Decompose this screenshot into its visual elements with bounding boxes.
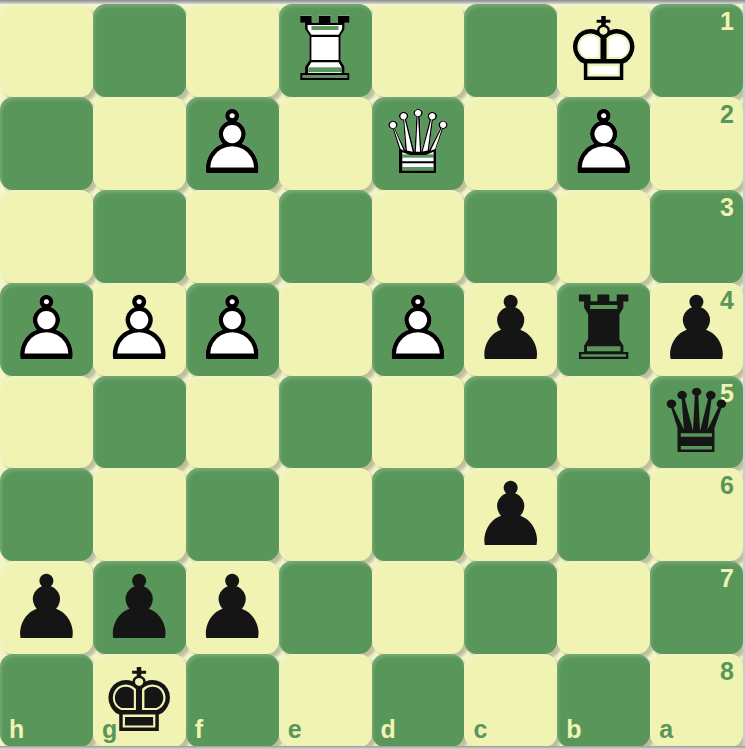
square-f7[interactable]: ♟ — [186, 561, 279, 654]
square-c8[interactable]: c — [464, 654, 557, 747]
square-e3[interactable] — [279, 190, 372, 283]
square-g3[interactable] — [93, 190, 186, 283]
square-d6[interactable] — [372, 468, 465, 561]
square-e2[interactable] — [279, 97, 372, 190]
piece-glyph-outline: ♙ — [186, 99, 279, 187]
piece-glyph-fill: ♟ — [372, 285, 465, 373]
black-queen-a5[interactable]: ♛ — [650, 376, 743, 469]
piece-glyph-fill: ♜ — [557, 285, 650, 373]
white-pawn-f4[interactable]: ♟♙ — [186, 283, 279, 376]
piece-glyph-fill: ♟ — [93, 285, 186, 373]
piece-glyph-outline: ♙ — [557, 99, 650, 187]
square-g2[interactable] — [93, 97, 186, 190]
square-h4[interactable]: ♟♙ — [0, 283, 93, 376]
piece-glyph-fill: ♟ — [464, 471, 557, 559]
black-pawn-c6[interactable]: ♟ — [464, 468, 557, 561]
white-pawn-h4[interactable]: ♟♙ — [0, 283, 93, 376]
piece-glyph-outline: ♕ — [372, 99, 465, 187]
square-c4[interactable]: ♟ — [464, 283, 557, 376]
square-h7[interactable]: ♟ — [0, 561, 93, 654]
piece-glyph-fill: ♟ — [186, 285, 279, 373]
square-c6[interactable]: ♟ — [464, 468, 557, 561]
rank-label-1: 1 — [720, 9, 734, 34]
rank-label-3: 3 — [720, 195, 734, 220]
piece-glyph-fill: ♚ — [93, 657, 186, 745]
white-rook-e1[interactable]: ♜♖ — [279, 4, 372, 97]
square-h2[interactable] — [0, 97, 93, 190]
page: ♜♖♚♔1♟♙♛♕♟♙23♟♙♟♙♟♙♟♙♟♜4♟5♛♟6♟♟♟7hg♚fedc… — [0, 0, 745, 749]
square-g6[interactable] — [93, 468, 186, 561]
file-label-e: e — [288, 717, 302, 742]
square-e8[interactable]: e — [279, 654, 372, 747]
black-king-g8[interactable]: ♚ — [93, 654, 186, 747]
file-label-a: a — [659, 717, 673, 742]
white-king-b1[interactable]: ♚♔ — [557, 4, 650, 97]
piece-glyph-fill: ♜ — [279, 6, 372, 94]
square-a5[interactable]: 5♛ — [650, 376, 743, 469]
square-f2[interactable]: ♟♙ — [186, 97, 279, 190]
square-a4[interactable]: 4♟ — [650, 283, 743, 376]
file-label-f: f — [195, 717, 203, 742]
square-g8[interactable]: g♚ — [93, 654, 186, 747]
square-f4[interactable]: ♟♙ — [186, 283, 279, 376]
square-d8[interactable]: d — [372, 654, 465, 747]
piece-glyph-fill: ♟ — [557, 99, 650, 187]
piece-glyph-fill: ♟ — [464, 285, 557, 373]
piece-glyph-fill: ♛ — [650, 378, 743, 466]
square-b3[interactable] — [557, 190, 650, 283]
square-f1[interactable] — [186, 4, 279, 97]
square-d2[interactable]: ♛♕ — [372, 97, 465, 190]
file-label-h: h — [9, 717, 24, 742]
square-e6[interactable] — [279, 468, 372, 561]
square-g4[interactable]: ♟♙ — [93, 283, 186, 376]
piece-glyph-fill: ♟ — [186, 99, 279, 187]
square-d1[interactable] — [372, 4, 465, 97]
black-pawn-f7[interactable]: ♟ — [186, 561, 279, 654]
piece-glyph-fill: ♟ — [0, 285, 93, 373]
square-c2[interactable] — [464, 97, 557, 190]
piece-glyph-fill: ♛ — [372, 99, 465, 187]
square-d5[interactable] — [372, 376, 465, 469]
square-a6[interactable]: 6 — [650, 468, 743, 561]
piece-glyph-fill: ♟ — [650, 285, 743, 373]
file-label-c: c — [473, 717, 487, 742]
file-label-b: b — [566, 717, 581, 742]
square-e5[interactable] — [279, 376, 372, 469]
square-b5[interactable] — [557, 376, 650, 469]
black-pawn-h7[interactable]: ♟ — [0, 561, 93, 654]
rank-label-2: 2 — [720, 102, 734, 127]
rank-label-6: 6 — [720, 473, 734, 498]
piece-glyph-fill: ♟ — [0, 564, 93, 652]
piece-glyph-outline: ♙ — [186, 285, 279, 373]
rank-label-7: 7 — [720, 566, 734, 591]
square-d3[interactable] — [372, 190, 465, 283]
piece-glyph-outline: ♙ — [0, 285, 93, 373]
piece-glyph-fill: ♟ — [186, 564, 279, 652]
square-e7[interactable] — [279, 561, 372, 654]
white-pawn-g4[interactable]: ♟♙ — [93, 283, 186, 376]
white-queen-d2[interactable]: ♛♕ — [372, 97, 465, 190]
square-h5[interactable] — [0, 376, 93, 469]
square-d7[interactable] — [372, 561, 465, 654]
square-a2[interactable]: 2 — [650, 97, 743, 190]
square-c3[interactable] — [464, 190, 557, 283]
chess-board: ♜♖♚♔1♟♙♛♕♟♙23♟♙♟♙♟♙♟♙♟♜4♟5♛♟6♟♟♟7hg♚fedc… — [0, 4, 743, 747]
square-h8[interactable]: h — [0, 654, 93, 747]
square-b7[interactable] — [557, 561, 650, 654]
piece-glyph-outline: ♙ — [93, 285, 186, 373]
square-e1[interactable]: ♜♖ — [279, 4, 372, 97]
square-e4[interactable] — [279, 283, 372, 376]
square-b8[interactable]: b — [557, 654, 650, 747]
square-f3[interactable] — [186, 190, 279, 283]
square-b2[interactable]: ♟♙ — [557, 97, 650, 190]
square-a8[interactable]: 8a — [650, 654, 743, 747]
square-c7[interactable] — [464, 561, 557, 654]
piece-glyph-fill: ♟ — [93, 564, 186, 652]
square-h1[interactable] — [0, 4, 93, 97]
square-b6[interactable] — [557, 468, 650, 561]
square-h6[interactable] — [0, 468, 93, 561]
white-pawn-d4[interactable]: ♟♙ — [372, 283, 465, 376]
square-f8[interactable]: f — [186, 654, 279, 747]
square-f6[interactable] — [186, 468, 279, 561]
square-c1[interactable] — [464, 4, 557, 97]
square-a1[interactable]: 1 — [650, 4, 743, 97]
white-pawn-b2[interactable]: ♟♙ — [557, 97, 650, 190]
piece-glyph-outline: ♔ — [557, 6, 650, 94]
square-b1[interactable]: ♚♔ — [557, 4, 650, 97]
square-g1[interactable] — [93, 4, 186, 97]
black-rook-b4[interactable]: ♜ — [557, 283, 650, 376]
black-pawn-g7[interactable]: ♟ — [93, 561, 186, 654]
piece-glyph-fill: ♚ — [557, 6, 650, 94]
square-h3[interactable] — [0, 190, 93, 283]
white-pawn-f2[interactable]: ♟♙ — [186, 97, 279, 190]
square-b4[interactable]: ♜ — [557, 283, 650, 376]
piece-glyph-outline: ♙ — [372, 285, 465, 373]
square-g7[interactable]: ♟ — [93, 561, 186, 654]
square-c5[interactable] — [464, 376, 557, 469]
rank-label-8: 8 — [720, 659, 734, 684]
square-f5[interactable] — [186, 376, 279, 469]
square-a3[interactable]: 3 — [650, 190, 743, 283]
black-pawn-a4[interactable]: ♟ — [650, 283, 743, 376]
square-d4[interactable]: ♟♙ — [372, 283, 465, 376]
square-a7[interactable]: 7 — [650, 561, 743, 654]
piece-glyph-outline: ♖ — [279, 6, 372, 94]
square-g5[interactable] — [93, 376, 186, 469]
black-pawn-c4[interactable]: ♟ — [464, 283, 557, 376]
file-label-d: d — [381, 717, 396, 742]
